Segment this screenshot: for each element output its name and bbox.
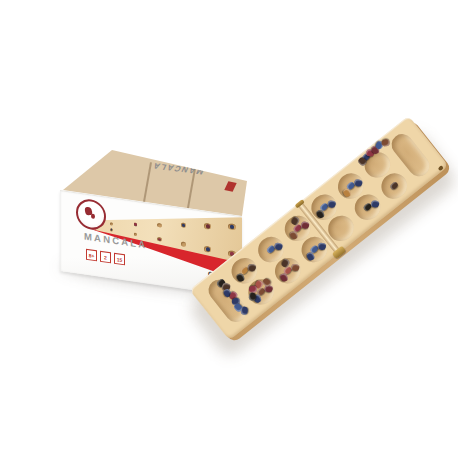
stone-black [248, 291, 256, 300]
printed-pit [134, 233, 138, 237]
players-badge: 2 [100, 251, 111, 264]
stone-darkred [249, 285, 258, 292]
age-badge: 8+ [86, 249, 97, 262]
printed-pit [181, 241, 187, 247]
product-photo-scene: MANCALA MANCALA 8+ 2 15 cayro [0, 0, 458, 458]
brand-badge-icon [76, 197, 106, 231]
printed-stone-darkred [134, 223, 136, 225]
printed-stone-maroon [206, 224, 210, 228]
stone-navy [240, 306, 248, 315]
brand-square-icon [224, 181, 236, 192]
printed-stone-navy [206, 247, 210, 251]
printed-pit [110, 222, 113, 225]
info-badges: 8+ 2 15 [86, 249, 125, 266]
printed-pit [157, 223, 162, 228]
time-badge: 15 [114, 253, 125, 266]
stone-navy [327, 199, 336, 207]
box-top-title: MANCALA [150, 161, 205, 176]
